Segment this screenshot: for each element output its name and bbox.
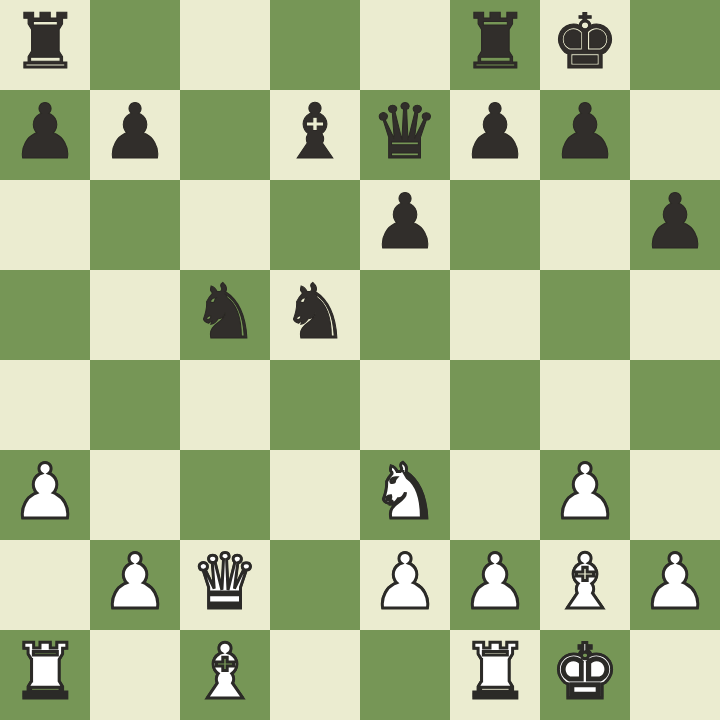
square-f7[interactable]: ♟ [450, 90, 540, 180]
black-pawn-g7[interactable]: ♟ [551, 94, 619, 170]
square-d6[interactable] [270, 180, 360, 270]
black-knight-c5[interactable]: ♞ [191, 274, 259, 350]
square-e7[interactable]: ♛ [360, 90, 450, 180]
black-rook-a8[interactable]: ♜ [11, 4, 79, 80]
black-pawn-f7[interactable]: ♟ [461, 94, 529, 170]
square-b7[interactable]: ♟ [90, 90, 180, 180]
black-rook-f8[interactable]: ♜ [461, 4, 529, 80]
white-queen-c2[interactable]: ♛ [191, 544, 259, 620]
square-h5[interactable] [630, 270, 720, 360]
square-e3[interactable]: ♞ [360, 450, 450, 540]
white-rook-f1[interactable]: ♜ [461, 634, 529, 710]
square-f6[interactable] [450, 180, 540, 270]
square-b5[interactable] [90, 270, 180, 360]
square-d1[interactable] [270, 630, 360, 720]
white-pawn-e2[interactable]: ♟ [371, 544, 439, 620]
square-c1[interactable]: ♝ [180, 630, 270, 720]
white-pawn-h2[interactable]: ♟ [641, 544, 709, 620]
square-a1[interactable]: ♜ [0, 630, 90, 720]
square-e1[interactable] [360, 630, 450, 720]
square-f1[interactable]: ♜ [450, 630, 540, 720]
white-king-g1[interactable]: ♚ [551, 634, 619, 710]
black-knight-d5[interactable]: ♞ [281, 274, 349, 350]
square-b1[interactable] [90, 630, 180, 720]
square-d7[interactable]: ♝ [270, 90, 360, 180]
square-e4[interactable] [360, 360, 450, 450]
square-f8[interactable]: ♜ [450, 0, 540, 90]
square-c6[interactable] [180, 180, 270, 270]
square-e5[interactable] [360, 270, 450, 360]
square-b8[interactable] [90, 0, 180, 90]
square-d5[interactable]: ♞ [270, 270, 360, 360]
square-h6[interactable]: ♟ [630, 180, 720, 270]
black-pawn-b7[interactable]: ♟ [101, 94, 169, 170]
square-b3[interactable] [90, 450, 180, 540]
square-f4[interactable] [450, 360, 540, 450]
square-h3[interactable] [630, 450, 720, 540]
square-f5[interactable] [450, 270, 540, 360]
white-bishop-g2[interactable]: ♝ [551, 544, 619, 620]
square-g3[interactable]: ♟ [540, 450, 630, 540]
white-rook-a1[interactable]: ♜ [11, 634, 79, 710]
square-g4[interactable] [540, 360, 630, 450]
square-d4[interactable] [270, 360, 360, 450]
square-c7[interactable] [180, 90, 270, 180]
square-a4[interactable] [0, 360, 90, 450]
square-g6[interactable] [540, 180, 630, 270]
white-pawn-g3[interactable]: ♟ [551, 454, 619, 530]
square-a2[interactable] [0, 540, 90, 630]
black-pawn-e6[interactable]: ♟ [371, 184, 439, 260]
square-a5[interactable] [0, 270, 90, 360]
square-h8[interactable] [630, 0, 720, 90]
white-pawn-a3[interactable]: ♟ [11, 454, 79, 530]
square-f3[interactable] [450, 450, 540, 540]
black-king-g8[interactable]: ♚ [551, 4, 619, 80]
white-knight-e3[interactable]: ♞ [371, 454, 439, 530]
square-g7[interactable]: ♟ [540, 90, 630, 180]
square-b6[interactable] [90, 180, 180, 270]
square-e6[interactable]: ♟ [360, 180, 450, 270]
white-bishop-c1[interactable]: ♝ [191, 634, 259, 710]
square-h4[interactable] [630, 360, 720, 450]
square-a8[interactable]: ♜ [0, 0, 90, 90]
white-pawn-f2[interactable]: ♟ [461, 544, 529, 620]
square-g8[interactable]: ♚ [540, 0, 630, 90]
square-c5[interactable]: ♞ [180, 270, 270, 360]
square-d8[interactable] [270, 0, 360, 90]
square-g5[interactable] [540, 270, 630, 360]
square-d2[interactable] [270, 540, 360, 630]
square-c2[interactable]: ♛ [180, 540, 270, 630]
square-a7[interactable]: ♟ [0, 90, 90, 180]
square-d3[interactable] [270, 450, 360, 540]
square-b4[interactable] [90, 360, 180, 450]
chess-board: ♜♜♚♟♟♝♛♟♟♟♟♞♞♟♞♟♟♛♟♟♝♟♜♝♜♚ [0, 0, 720, 720]
square-h7[interactable] [630, 90, 720, 180]
black-pawn-a7[interactable]: ♟ [11, 94, 79, 170]
square-c8[interactable] [180, 0, 270, 90]
square-h2[interactable]: ♟ [630, 540, 720, 630]
square-e2[interactable]: ♟ [360, 540, 450, 630]
square-f2[interactable]: ♟ [450, 540, 540, 630]
square-h1[interactable] [630, 630, 720, 720]
square-b2[interactable]: ♟ [90, 540, 180, 630]
square-g1[interactable]: ♚ [540, 630, 630, 720]
square-a6[interactable] [0, 180, 90, 270]
black-bishop-d7[interactable]: ♝ [281, 94, 349, 170]
square-a3[interactable]: ♟ [0, 450, 90, 540]
black-queen-e7[interactable]: ♛ [371, 94, 439, 170]
square-g2[interactable]: ♝ [540, 540, 630, 630]
square-e8[interactable] [360, 0, 450, 90]
black-pawn-h6[interactable]: ♟ [641, 184, 709, 260]
square-c3[interactable] [180, 450, 270, 540]
square-c4[interactable] [180, 360, 270, 450]
white-pawn-b2[interactable]: ♟ [101, 544, 169, 620]
